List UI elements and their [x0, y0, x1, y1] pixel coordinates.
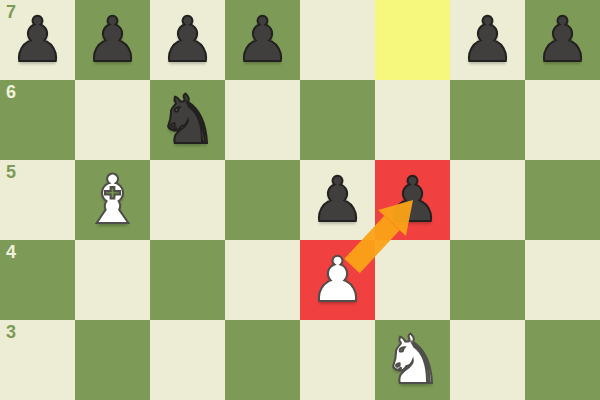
square-e5[interactable]: ♟ [300, 160, 375, 240]
white-knight[interactable]: ♞ [382, 320, 443, 400]
square-f4[interactable] [375, 240, 450, 320]
black-pawn[interactable]: ♟ [535, 0, 591, 80]
square-b6[interactable] [75, 80, 150, 160]
square-d4[interactable] [225, 240, 300, 320]
square-e4[interactable]: ♟ [300, 240, 375, 320]
square-b4[interactable] [75, 240, 150, 320]
black-pawn[interactable]: ♟ [310, 160, 366, 240]
square-f3[interactable]: ♞ [375, 320, 450, 400]
square-h4[interactable] [525, 240, 600, 320]
rank-label-7: 7 [6, 2, 16, 22]
white-pawn[interactable]: ♟ [310, 240, 366, 320]
rank-label-6: 6 [6, 82, 16, 102]
board-grid: 7♟♟♟♟♟♟6♞5♝♟♟4♟3♞ [0, 0, 600, 400]
black-pawn[interactable]: ♟ [10, 0, 66, 80]
square-c6[interactable]: ♞ [150, 80, 225, 160]
square-f5[interactable]: ♟ [375, 160, 450, 240]
square-h7[interactable]: ♟ [525, 0, 600, 80]
square-c7[interactable]: ♟ [150, 0, 225, 80]
black-pawn[interactable]: ♟ [385, 160, 441, 240]
chess-board: 7♟♟♟♟♟♟6♞5♝♟♟4♟3♞ [0, 0, 600, 400]
square-e3[interactable] [300, 320, 375, 400]
rank-label-3: 3 [6, 322, 16, 342]
square-d5[interactable] [225, 160, 300, 240]
square-a5[interactable]: 5 [0, 160, 75, 240]
black-pawn[interactable]: ♟ [235, 0, 291, 80]
square-c3[interactable] [150, 320, 225, 400]
square-c4[interactable] [150, 240, 225, 320]
square-b7[interactable]: ♟ [75, 0, 150, 80]
square-b5[interactable]: ♝ [75, 160, 150, 240]
square-h5[interactable] [525, 160, 600, 240]
square-a6[interactable]: 6 [0, 80, 75, 160]
square-e6[interactable] [300, 80, 375, 160]
square-a7[interactable]: 7♟ [0, 0, 75, 80]
square-d3[interactable] [225, 320, 300, 400]
square-c5[interactable] [150, 160, 225, 240]
square-d7[interactable]: ♟ [225, 0, 300, 80]
square-a4[interactable]: 4 [0, 240, 75, 320]
white-bishop[interactable]: ♝ [82, 160, 143, 240]
square-g6[interactable] [450, 80, 525, 160]
square-f6[interactable] [375, 80, 450, 160]
square-g4[interactable] [450, 240, 525, 320]
square-d6[interactable] [225, 80, 300, 160]
rank-label-4: 4 [6, 242, 16, 262]
black-pawn[interactable]: ♟ [160, 0, 216, 80]
square-f7[interactable] [375, 0, 450, 80]
black-pawn[interactable]: ♟ [85, 0, 141, 80]
square-g3[interactable] [450, 320, 525, 400]
square-e7[interactable] [300, 0, 375, 80]
square-h3[interactable] [525, 320, 600, 400]
square-b3[interactable] [75, 320, 150, 400]
square-g5[interactable] [450, 160, 525, 240]
square-h6[interactable] [525, 80, 600, 160]
rank-label-5: 5 [6, 162, 16, 182]
square-g7[interactable]: ♟ [450, 0, 525, 80]
black-knight[interactable]: ♞ [157, 80, 218, 160]
black-pawn[interactable]: ♟ [460, 0, 516, 80]
square-a3[interactable]: 3 [0, 320, 75, 400]
